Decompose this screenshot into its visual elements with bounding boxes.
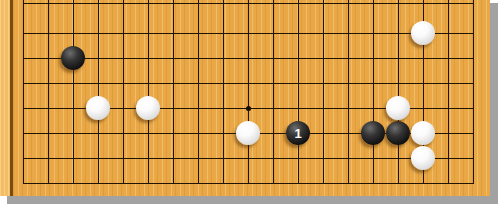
grid-vline-col-18: [448, 0, 449, 184]
grid-vline-col-5: [123, 0, 124, 184]
move-number-label: 1: [294, 127, 301, 140]
board-drop-shadow-bottom: [7, 196, 498, 204]
grid-hline-line-7: [23, 33, 474, 34]
grid-vline-col-4: [98, 0, 99, 184]
grid-vline-col-8: [198, 0, 199, 184]
stone-black-Q3[interactable]: [386, 121, 410, 145]
stone-white-R7[interactable]: [411, 21, 435, 45]
board-left-bevel: [0, 0, 10, 196]
page: 1: [0, 0, 500, 210]
grid-hline-line-2: [23, 158, 474, 159]
grid-vline-col-16: [398, 0, 399, 184]
grid-hline-line-1: [23, 183, 474, 184]
stone-white-K3[interactable]: [236, 121, 260, 145]
stone-black-C6[interactable]: [61, 46, 85, 70]
grid-vline-col-15: [373, 0, 374, 184]
stone-white-R3[interactable]: [411, 121, 435, 145]
grid-vline-col-11: [273, 0, 274, 184]
board-left-edge-line: [10, 0, 13, 196]
stone-black-M3[interactable]: 1: [286, 121, 310, 145]
grid-vline-col-2: [48, 0, 49, 184]
grid-vline-col-14: [348, 0, 349, 184]
grid-vline-col-10: [248, 0, 249, 184]
stone-white-R2[interactable]: [411, 146, 435, 170]
grid-hline-line-5: [23, 83, 474, 84]
board-drop-shadow-right: [490, 3, 498, 204]
grid-vline-col-3: [73, 0, 74, 184]
grid-vline-col-7: [173, 0, 174, 184]
stone-black-P3[interactable]: [361, 121, 385, 145]
star-point-K4: [246, 106, 251, 111]
grid-hline-line-6: [23, 58, 474, 59]
grid-vline-col-12: [298, 0, 299, 184]
grid-hline-line-8: [23, 3, 474, 4]
grid-vline-col-13: [323, 0, 324, 184]
grid-vline-col-1: [23, 0, 24, 184]
grid-vline-col-19: [473, 0, 474, 184]
stone-white-D4[interactable]: [86, 96, 110, 120]
grid-vline-col-9: [223, 0, 224, 184]
stone-white-Q4[interactable]: [386, 96, 410, 120]
stone-white-F4[interactable]: [136, 96, 160, 120]
grid-vline-col-6: [148, 0, 149, 184]
